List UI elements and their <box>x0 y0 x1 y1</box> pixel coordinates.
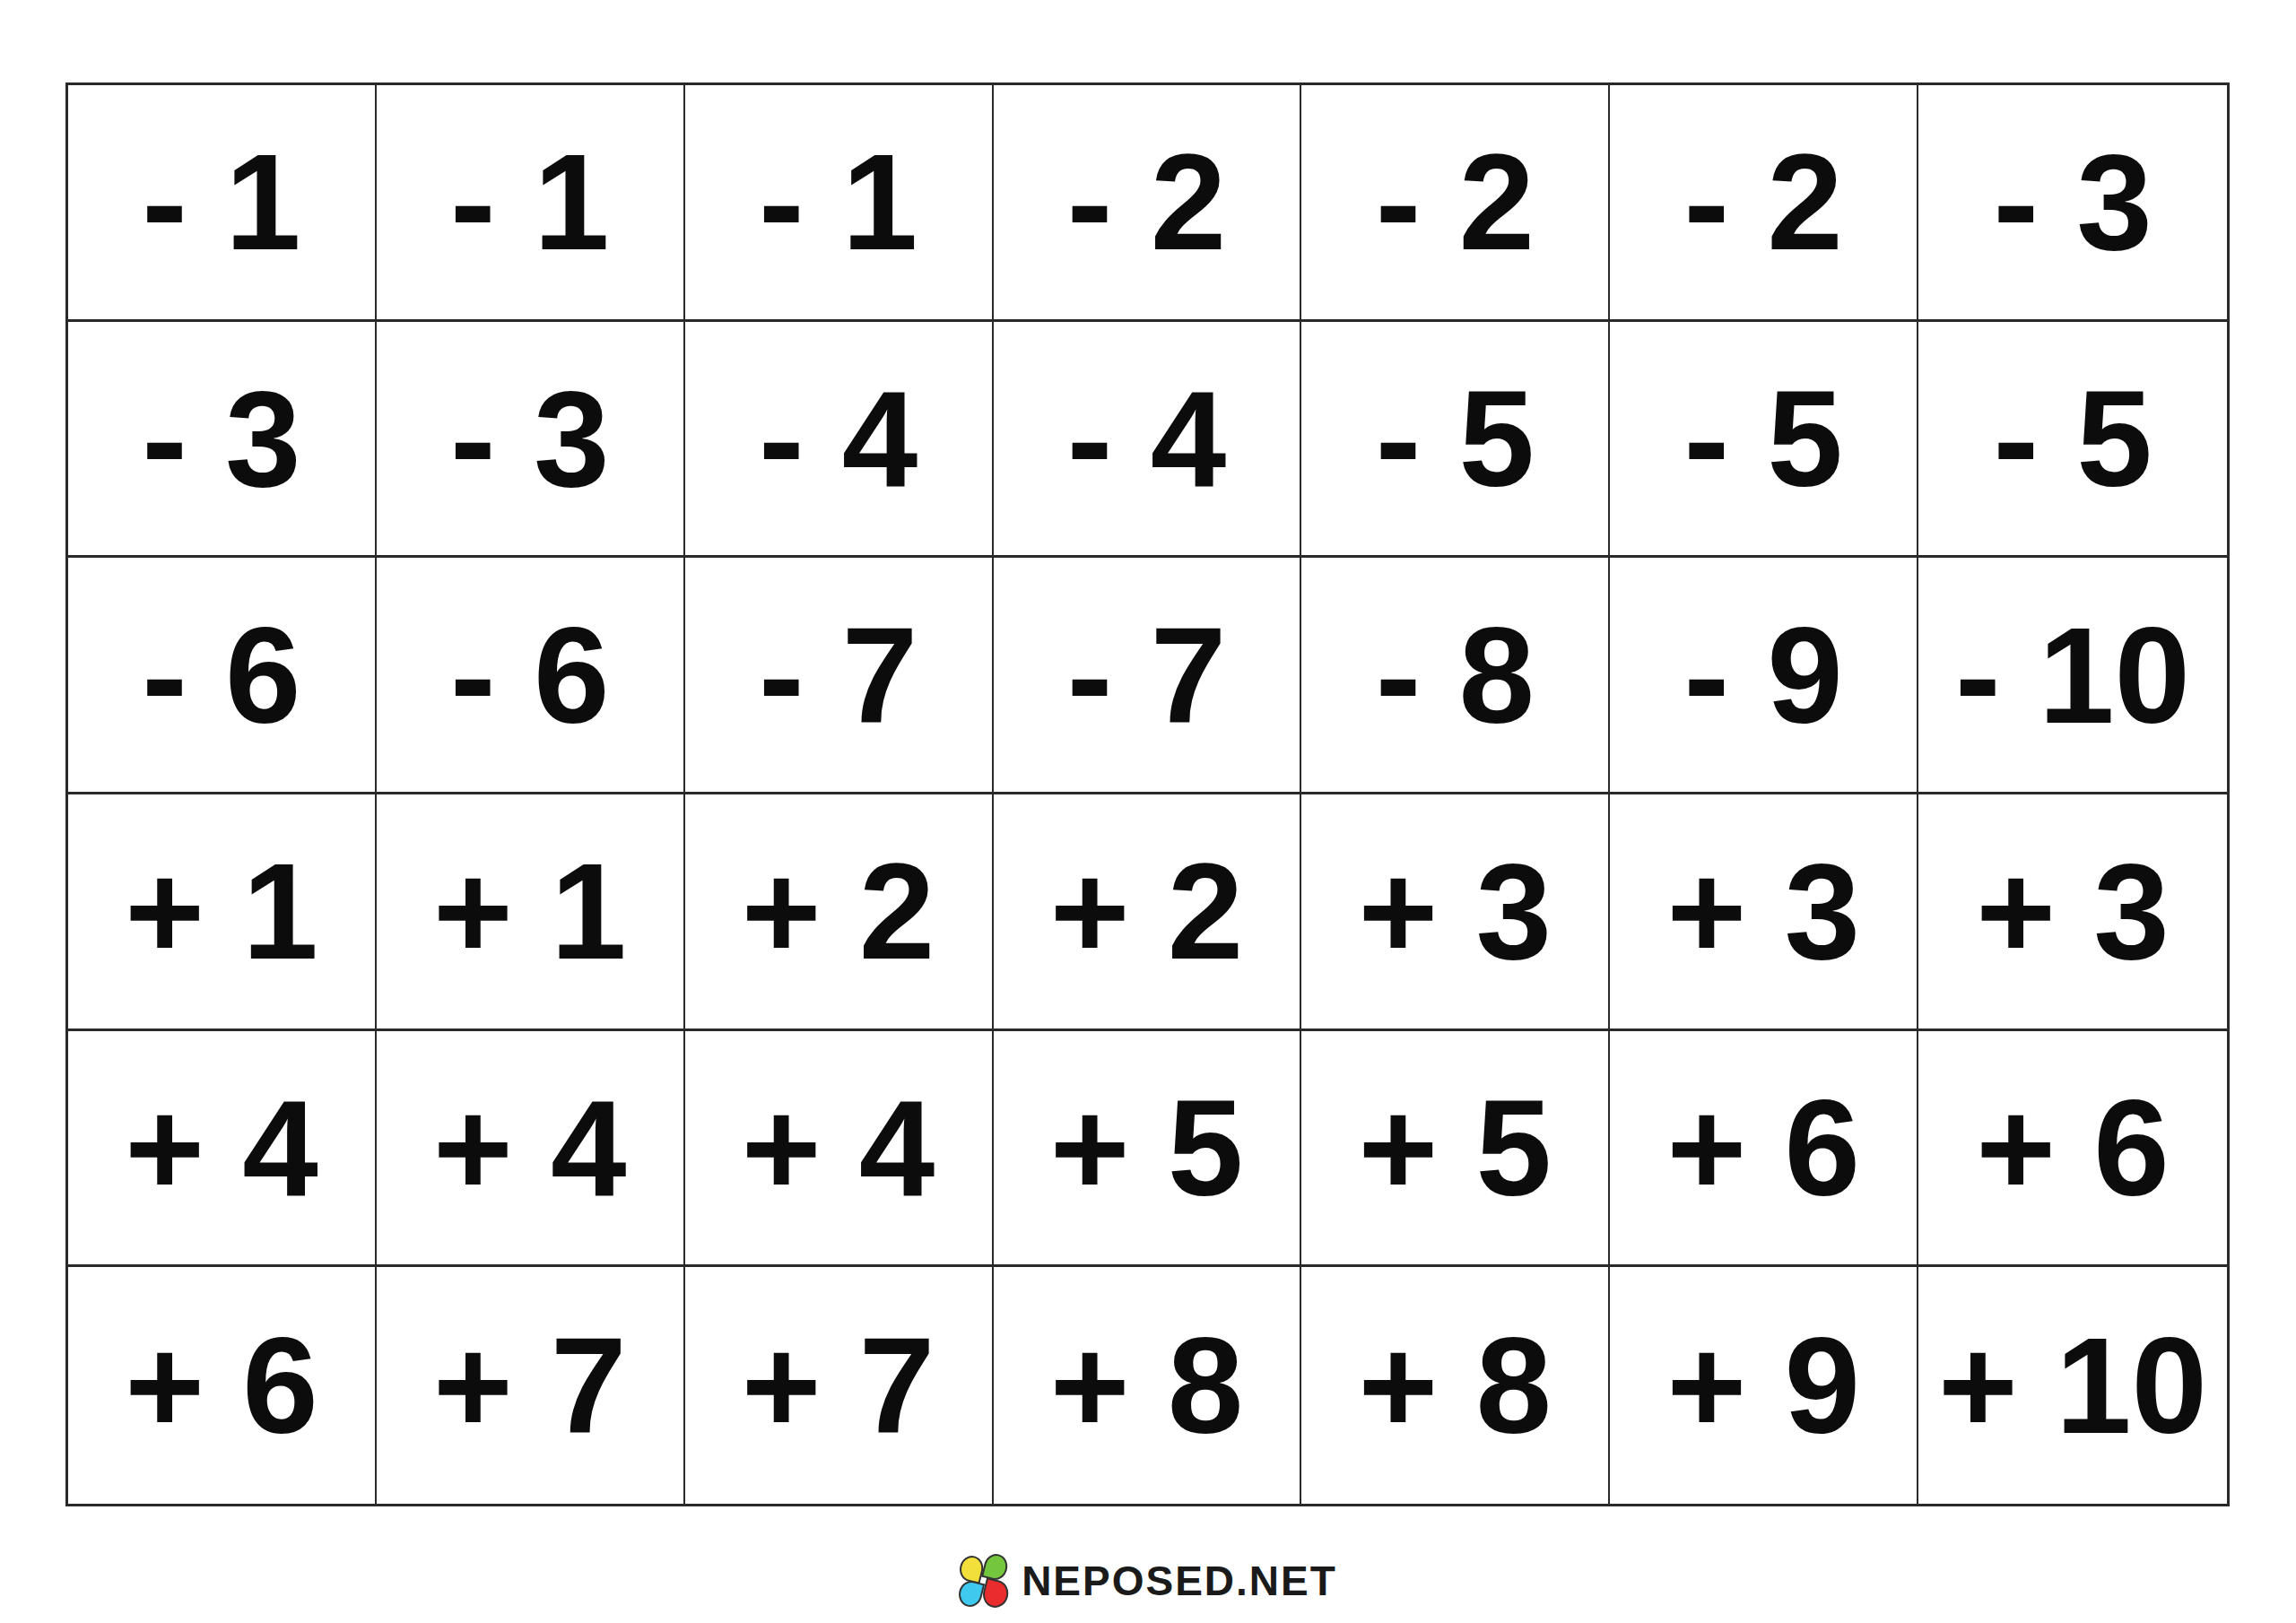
card-cell: + 4 <box>68 1031 377 1268</box>
card-cell: - 10 <box>1918 558 2227 794</box>
card-cell: + 10 <box>1918 1267 2227 1504</box>
card-cell: - 5 <box>1918 322 2227 559</box>
card-grid: - 1- 1- 1- 2- 2- 2- 3- 3- 3- 4- 4- 5- 5-… <box>65 82 2230 1506</box>
card-cell: - 5 <box>1610 322 1918 559</box>
card-cell: - 8 <box>1301 558 1610 794</box>
card-cell: + 5 <box>994 1031 1302 1268</box>
card-cell: + 4 <box>685 1031 994 1268</box>
card-cell: + 6 <box>68 1267 377 1504</box>
card-cell: + 4 <box>377 1031 685 1268</box>
card-cell: - 4 <box>994 322 1302 559</box>
card-cell: + 6 <box>1918 1031 2227 1268</box>
card-cell: + 7 <box>377 1267 685 1504</box>
card-cell: + 2 <box>685 794 994 1031</box>
card-cell: - 7 <box>994 558 1302 794</box>
card-cell: - 3 <box>68 322 377 559</box>
card-cell: - 5 <box>1301 322 1610 559</box>
petal-red-icon <box>980 1577 1012 1610</box>
card-cell: + 3 <box>1610 794 1918 1031</box>
card-cell: + 8 <box>1301 1267 1610 1504</box>
card-cell: + 5 <box>1301 1031 1610 1268</box>
card-cell: - 3 <box>377 322 685 559</box>
card-cell: - 4 <box>685 322 994 559</box>
card-cell: - 2 <box>1301 85 1610 322</box>
card-cell: + 3 <box>1918 794 2227 1031</box>
card-cell: - 7 <box>685 558 994 794</box>
brand-text: NEPOSED.NET <box>1022 1560 1337 1601</box>
card-cell: + 9 <box>1610 1267 1918 1504</box>
card-cell: + 3 <box>1301 794 1610 1031</box>
card-cell: + 1 <box>377 794 685 1031</box>
card-cell: - 6 <box>377 558 685 794</box>
card-cell: - 1 <box>68 85 377 322</box>
card-cell: + 7 <box>685 1267 994 1504</box>
card-cell: + 2 <box>994 794 1302 1031</box>
pinwheel-logo-icon <box>959 1554 1009 1608</box>
card-cell: - 9 <box>1610 558 1918 794</box>
card-cell: - 2 <box>994 85 1302 322</box>
card-cell: + 6 <box>1610 1031 1918 1268</box>
petal-yellow-icon <box>957 1553 986 1584</box>
card-cell: + 1 <box>68 794 377 1031</box>
card-cell: - 1 <box>377 85 685 322</box>
petal-cyan-icon <box>956 1578 985 1609</box>
card-cell: - 6 <box>68 558 377 794</box>
card-cell: - 3 <box>1918 85 2227 322</box>
footer-brand: NEPOSED.NET <box>959 1554 1337 1608</box>
card-cell: - 1 <box>685 85 994 322</box>
card-cell: + 8 <box>994 1267 1302 1504</box>
petal-green-icon <box>981 1551 1010 1582</box>
card-cell: - 2 <box>1610 85 1918 322</box>
